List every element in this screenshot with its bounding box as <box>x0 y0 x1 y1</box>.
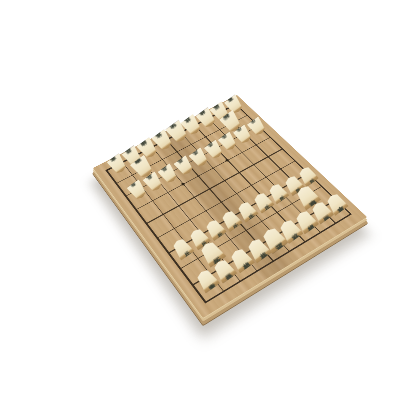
piece-kanji: 歩兵 <box>179 246 185 250</box>
shogi-piece-fuhyo-pawn-gote[interactable]: 歩兵 <box>247 117 268 138</box>
piece-kanji: 歩兵 <box>241 133 246 137</box>
piece-kanji: 銀将 <box>303 219 309 223</box>
piece-kanji: 歩兵 <box>226 141 231 145</box>
piece-kanji: 歩兵 <box>306 174 311 178</box>
piece-kanji: 歩兵 <box>212 148 217 152</box>
piece-kanji: 銀将 <box>146 147 151 151</box>
piece-kanji: 桂馬 <box>130 155 135 159</box>
shogi-photo-stage: 香車桂馬銀将金将玉将金将銀将桂馬香車飛車角行歩兵歩兵歩兵歩兵歩兵歩兵歩兵歩兵歩兵… <box>0 0 416 416</box>
piece-kanji: 銀将 <box>238 257 244 262</box>
piece-kanji: 歩兵 <box>213 227 218 231</box>
piece-kanji: 金将 <box>190 124 195 128</box>
piece-kanji: 飛車 <box>304 195 310 200</box>
piece-kanji: 歩兵 <box>166 172 171 176</box>
pieces-layer: 香車桂馬銀将金将玉将金将銀将桂馬香車飛車角行歩兵歩兵歩兵歩兵歩兵歩兵歩兵歩兵歩兵… <box>0 0 416 416</box>
piece-kanji: 桂馬 <box>319 210 325 214</box>
piece-kanji: 歩兵 <box>182 164 187 168</box>
piece-kanji: 銀将 <box>204 117 209 121</box>
piece-kanji: 歩兵 <box>260 200 265 204</box>
piece-kanji: 歩兵 <box>197 156 202 160</box>
piece-kanji: 歩兵 <box>135 189 140 193</box>
piece-kanji: 歩兵 <box>229 218 234 222</box>
piece-kanji: 歩兵 <box>276 191 281 195</box>
piece-kanji: 歩兵 <box>255 125 260 129</box>
piece-kanji: 金将 <box>287 228 293 233</box>
piece-kanji: 香車 <box>334 201 340 205</box>
piece-kanji: 桂馬 <box>218 110 223 114</box>
piece-kanji: 飛車 <box>140 166 146 170</box>
piece-kanji: 金将 <box>160 139 165 143</box>
piece-kanji: 香車 <box>204 278 210 282</box>
piece-kanji: 香車 <box>115 163 120 167</box>
piece-kanji: 歩兵 <box>291 183 296 187</box>
piece-kanji: 歩兵 <box>245 209 250 213</box>
piece-kanji: 歩兵 <box>196 237 202 241</box>
piece-kanji: 角行 <box>208 250 215 255</box>
piece-kanji: 香車 <box>232 103 237 107</box>
shogi-piece-fuhyo-pawn-sente[interactable]: 歩兵 <box>170 236 194 261</box>
piece-kanji: 玉将 <box>175 131 181 135</box>
piece-kanji: 角行 <box>229 120 235 124</box>
piece-kanji: 歩兵 <box>151 180 156 184</box>
piece-kanji: 王将 <box>271 237 278 242</box>
piece-kanji: 金将 <box>255 247 261 252</box>
piece-kanji: 桂馬 <box>221 268 227 272</box>
